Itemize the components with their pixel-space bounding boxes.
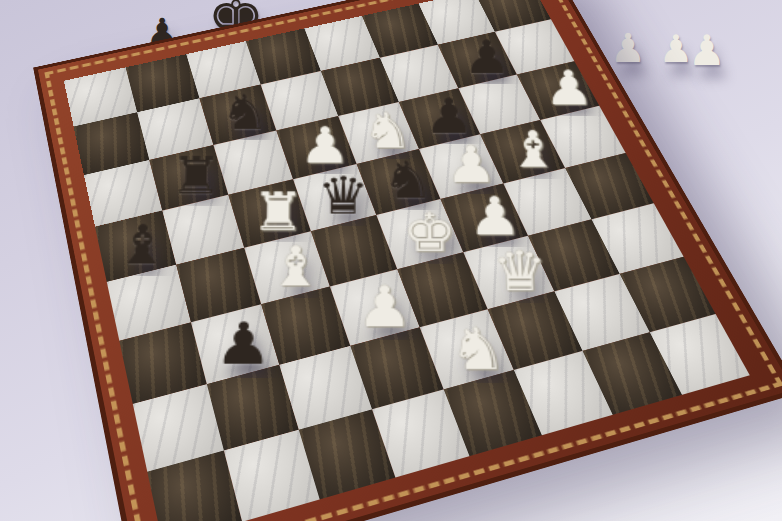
piece-white-pawn[interactable]: ♟ [299, 121, 350, 171]
captured-piece-white-pawn[interactable]: ♟ [688, 30, 726, 72]
captured-white-pieces-tray: ♟♟♟ [610, 28, 726, 68]
piece-black-pawn[interactable]: ♟ [462, 34, 511, 80]
piece-black-pawn[interactable]: ♟ [424, 92, 475, 141]
square-b6[interactable]: ♜ [149, 145, 228, 211]
piece-white-queen[interactable]: ♛ [492, 244, 548, 299]
square-a2[interactable] [133, 384, 224, 472]
piece-white-knight[interactable]: ♞ [362, 106, 413, 155]
square-a5[interactable]: ♝ [95, 211, 176, 282]
photo-scene: ♟♚♟♟♟♞♜ ♟♟♟ ♞♟♜♟♞♟♟♝♜♛♞♟♝♝♚♟♟♟♛♞ [0, 0, 782, 521]
piece-black-bishop[interactable]: ♝ [114, 218, 170, 272]
piece-black-knight[interactable]: ♞ [382, 155, 434, 206]
piece-black-queen[interactable]: ♛ [317, 170, 370, 222]
piece-white-king[interactable]: ♚ [403, 206, 457, 259]
piece-white-bishop[interactable]: ♝ [268, 239, 323, 294]
piece-black-pawn[interactable]: ♟ [214, 315, 272, 373]
piece-white-pawn[interactable]: ♟ [543, 64, 594, 111]
piece-white-bishop[interactable]: ♝ [507, 125, 560, 175]
piece-white-rook[interactable]: ♜ [251, 186, 305, 238]
captured-piece-white-pawn[interactable]: ♟ [610, 28, 646, 68]
piece-black-knight[interactable]: ♞ [220, 88, 271, 136]
piece-white-pawn[interactable]: ♟ [468, 190, 522, 243]
piece-white-knight[interactable]: ♞ [449, 320, 508, 378]
piece-black-rook[interactable]: ♜ [169, 151, 222, 202]
square-f3[interactable]: ♛ [463, 236, 554, 310]
piece-white-pawn[interactable]: ♟ [445, 140, 497, 190]
piece-white-pawn[interactable]: ♟ [356, 279, 412, 335]
